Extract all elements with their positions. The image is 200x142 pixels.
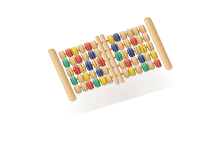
- photo-background: [0, 0, 200, 142]
